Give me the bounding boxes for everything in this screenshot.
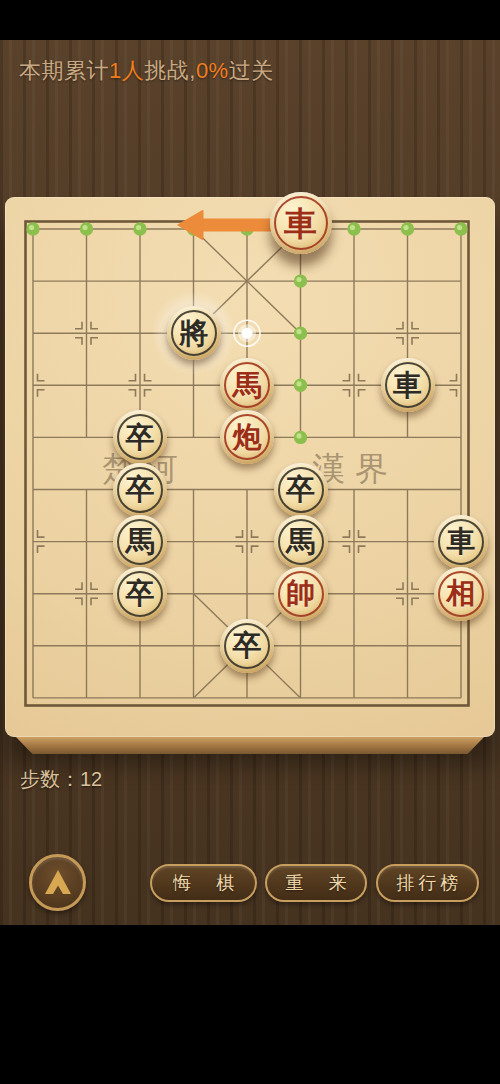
piece-character: 相	[434, 567, 488, 621]
xiangqi-piece-black[interactable]: 卒	[220, 619, 274, 673]
piece-character: 馬	[113, 515, 167, 569]
stats-prefix: 本期累计	[19, 58, 109, 83]
xiangqi-piece-red[interactable]: 炮	[220, 410, 274, 464]
stats-suffix: 过关	[229, 58, 274, 83]
stats-middle: 挑战,	[144, 58, 196, 83]
step-counter-label: 步数：	[20, 768, 80, 790]
xiangqi-piece-red[interactable]: 車	[270, 192, 332, 254]
xiangqi-piece-red[interactable]: 帥	[274, 567, 328, 621]
app-screen: 本期累计1人挑战,0%过关 楚河漢界 車將馬車卒炮卒卒馬馬車卒帥相卒 步数：12…	[0, 0, 500, 1084]
xiangqi-piece-black[interactable]: 馬	[113, 515, 167, 569]
xiangqi-piece-black[interactable]: 卒	[274, 463, 328, 517]
piece-character: 炮	[220, 410, 274, 464]
expand-menu-button[interactable]	[29, 854, 86, 911]
xiangqi-board[interactable]: 楚河漢界 車將馬車卒炮卒卒馬馬車卒帥相卒	[5, 197, 495, 737]
xiangqi-piece-black[interactable]: 卒	[113, 410, 167, 464]
piece-character: 馬	[274, 515, 328, 569]
challenge-stats-text: 本期累计1人挑战,0%过关	[19, 56, 274, 86]
xiangqi-piece-black[interactable]: 將	[167, 306, 221, 360]
xiangqi-piece-black[interactable]: 車	[381, 358, 435, 412]
xiangqi-piece-black[interactable]: 卒	[113, 463, 167, 517]
piece-character: 卒	[274, 463, 328, 517]
xiangqi-piece-black[interactable]: 車	[434, 515, 488, 569]
leaderboard-button[interactable]: 排行榜	[376, 864, 479, 902]
stats-pass-rate: 0%	[196, 58, 229, 83]
undo-button[interactable]: 悔 棋	[150, 864, 257, 902]
piece-character: 馬	[220, 358, 274, 412]
stats-challengers: 1人	[109, 58, 144, 83]
step-counter-value: 12	[80, 768, 102, 790]
xiangqi-piece-red[interactable]: 相	[434, 567, 488, 621]
piece-character: 帥	[274, 567, 328, 621]
piece-character: 車	[434, 515, 488, 569]
step-counter: 步数：12	[20, 766, 102, 793]
piece-character: 將	[167, 306, 221, 360]
up-chevron-icon	[42, 868, 74, 898]
android-navbar: Bai du 经验 jingyan.baidu.com	[0, 925, 500, 1084]
piece-character: 卒	[220, 619, 274, 673]
xiangqi-piece-black[interactable]: 卒	[113, 567, 167, 621]
piece-character: 卒	[113, 567, 167, 621]
piece-character: 車	[270, 192, 332, 254]
xiangqi-piece-black[interactable]: 馬	[274, 515, 328, 569]
restart-button[interactable]: 重 来	[265, 864, 367, 902]
piece-character: 車	[381, 358, 435, 412]
xiangqi-piece-red[interactable]: 馬	[220, 358, 274, 412]
status-bar	[0, 0, 500, 40]
piece-character: 卒	[113, 463, 167, 517]
piece-character: 卒	[113, 410, 167, 464]
